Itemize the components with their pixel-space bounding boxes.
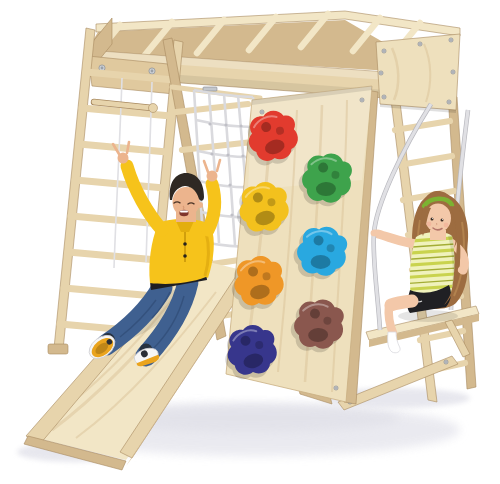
girl-leg [389,306,393,333]
girl-thigh [391,301,412,305]
girl-hand-left [371,229,380,236]
girl-hand-right [458,267,466,274]
ladder-foot [48,344,68,354]
product-photo-canvas [0,0,500,484]
right-gusset-panel [376,34,460,113]
playset-illustration [0,0,500,484]
girl-eye [441,219,444,222]
climbing-wall [221,86,378,404]
girl-eye [431,218,434,221]
